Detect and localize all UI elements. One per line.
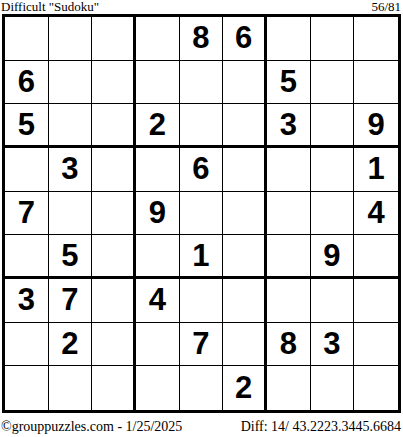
cell-r5c6[interactable]	[223, 192, 267, 236]
cell-r4c1[interactable]	[5, 148, 49, 192]
cell-r5c3[interactable]	[92, 192, 136, 236]
cell-r3c5[interactable]	[180, 104, 224, 148]
cell-r5c2[interactable]	[49, 192, 93, 236]
cell-r1c3[interactable]	[92, 17, 136, 61]
cell-r1c1[interactable]	[5, 17, 49, 61]
cell-r7c7[interactable]	[267, 279, 311, 323]
cell-r1c4[interactable]	[136, 17, 180, 61]
cell-r1c8[interactable]	[311, 17, 355, 61]
cell-r2c6[interactable]	[223, 61, 267, 105]
cell-r9c7[interactable]	[267, 366, 311, 410]
cell-r3c4[interactable]: 2	[136, 104, 180, 148]
cell-r3c9[interactable]: 9	[354, 104, 398, 148]
cell-r3c1[interactable]: 5	[5, 104, 49, 148]
cell-r5c8[interactable]	[311, 192, 355, 236]
copyright-text: ©grouppuzzles.com - 1/25/2025	[1, 420, 182, 434]
cell-r6c5[interactable]: 1	[180, 235, 224, 279]
cell-r7c6[interactable]	[223, 279, 267, 323]
sudoku-page: Difficult "Sudoku" 56/81 866552393617945…	[0, 0, 403, 437]
footer: ©grouppuzzles.com - 1/25/2025 Diff: 14/ …	[1, 418, 401, 434]
cell-r9c2[interactable]	[49, 366, 93, 410]
cell-r9c5[interactable]	[180, 366, 224, 410]
cell-r9c1[interactable]	[5, 366, 49, 410]
cell-r6c2[interactable]: 5	[49, 235, 93, 279]
cell-r5c7[interactable]	[267, 192, 311, 236]
cell-r8c5[interactable]: 7	[180, 323, 224, 367]
cell-r9c9[interactable]	[354, 366, 398, 410]
cell-r6c3[interactable]	[92, 235, 136, 279]
cell-r7c5[interactable]	[180, 279, 224, 323]
header: Difficult "Sudoku" 56/81	[1, 0, 401, 14]
cell-r6c4[interactable]	[136, 235, 180, 279]
cell-r4c5[interactable]: 6	[180, 148, 224, 192]
cell-r9c6[interactable]: 2	[223, 366, 267, 410]
cell-r4c7[interactable]	[267, 148, 311, 192]
cell-r7c2[interactable]: 7	[49, 279, 93, 323]
cell-r6c7[interactable]	[267, 235, 311, 279]
cell-r4c2[interactable]: 3	[49, 148, 93, 192]
cell-r8c2[interactable]: 2	[49, 323, 93, 367]
cell-r2c7[interactable]: 5	[267, 61, 311, 105]
cell-r7c9[interactable]	[354, 279, 398, 323]
cell-r2c2[interactable]	[49, 61, 93, 105]
cell-r5c1[interactable]: 7	[5, 192, 49, 236]
cell-r6c6[interactable]	[223, 235, 267, 279]
cell-r4c3[interactable]	[92, 148, 136, 192]
difficulty-text: Diff: 14/ 43.2223.3445.6684	[241, 420, 401, 434]
cell-r2c9[interactable]	[354, 61, 398, 105]
cell-r2c4[interactable]	[136, 61, 180, 105]
cell-r1c6[interactable]: 6	[223, 17, 267, 61]
cell-r7c8[interactable]	[311, 279, 355, 323]
cell-r6c9[interactable]	[354, 235, 398, 279]
cell-r3c7[interactable]: 3	[267, 104, 311, 148]
cell-r2c1[interactable]: 6	[5, 61, 49, 105]
cell-r7c3[interactable]	[92, 279, 136, 323]
cell-r8c1[interactable]	[5, 323, 49, 367]
cell-r8c3[interactable]	[92, 323, 136, 367]
cell-r8c9[interactable]	[354, 323, 398, 367]
cell-r8c7[interactable]: 8	[267, 323, 311, 367]
cell-r3c6[interactable]	[223, 104, 267, 148]
cell-r6c1[interactable]	[5, 235, 49, 279]
cell-r3c3[interactable]	[92, 104, 136, 148]
sudoku-board: 8665523936179451937427832	[2, 14, 401, 413]
cell-r5c4[interactable]: 9	[136, 192, 180, 236]
cell-r9c4[interactable]	[136, 366, 180, 410]
cell-r1c5[interactable]: 8	[180, 17, 224, 61]
cell-r9c8[interactable]	[311, 366, 355, 410]
cell-r1c7[interactable]	[267, 17, 311, 61]
cell-r8c8[interactable]: 3	[311, 323, 355, 367]
cell-r1c2[interactable]	[49, 17, 93, 61]
empty-cell-counter: 56/81	[371, 0, 401, 13]
cell-r8c6[interactable]	[223, 323, 267, 367]
cell-r5c5[interactable]	[180, 192, 224, 236]
cell-r2c3[interactable]	[92, 61, 136, 105]
cell-r9c3[interactable]	[92, 366, 136, 410]
cell-r4c6[interactable]	[223, 148, 267, 192]
cell-r3c8[interactable]	[311, 104, 355, 148]
cell-r5c9[interactable]: 4	[354, 192, 398, 236]
puzzle-title: Difficult "Sudoku"	[1, 0, 99, 13]
cell-r3c2[interactable]	[49, 104, 93, 148]
cell-r2c5[interactable]	[180, 61, 224, 105]
cell-r4c4[interactable]	[136, 148, 180, 192]
cell-r8c4[interactable]	[136, 323, 180, 367]
cell-r6c8[interactable]: 9	[311, 235, 355, 279]
cell-r1c9[interactable]	[354, 17, 398, 61]
cell-r7c1[interactable]: 3	[5, 279, 49, 323]
cell-r4c9[interactable]: 1	[354, 148, 398, 192]
cell-r7c4[interactable]: 4	[136, 279, 180, 323]
cell-r4c8[interactable]	[311, 148, 355, 192]
cell-r2c8[interactable]	[311, 61, 355, 105]
